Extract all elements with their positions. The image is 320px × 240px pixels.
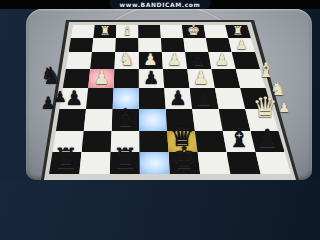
white-p-e3[interactable]: ♟ [135, 52, 167, 68]
white-r-a1[interactable]: ♜ [222, 25, 254, 37]
black-b-b7[interactable]: ♝ [223, 125, 255, 151]
black-n-c3[interactable]: ♞ [182, 51, 214, 68]
square-c8[interactable] [198, 152, 231, 174]
square-h6[interactable] [56, 109, 86, 131]
captured-black-n: ♞ [37, 64, 65, 88]
white-p-a2[interactable]: ♟ [226, 38, 258, 51]
white-p-c4[interactable]: ♟ [185, 69, 217, 87]
square-g6[interactable] [84, 109, 113, 131]
square-b8[interactable] [227, 152, 261, 174]
white-b-f1[interactable]: ♝ [111, 25, 143, 37]
square-g2[interactable] [92, 38, 116, 52]
white-p-g4[interactable]: ♟ [86, 69, 118, 87]
black-k-d8[interactable]: ♚ [168, 143, 200, 173]
square-h3[interactable] [66, 52, 92, 69]
square-e7[interactable] [139, 131, 168, 152]
captured-black-p: ♟ [46, 90, 74, 105]
captured-white-p: ♟ [270, 101, 298, 114]
black-p-e4[interactable]: ♟ [135, 69, 167, 87]
square-h2[interactable] [69, 38, 94, 52]
bandicam-watermark: www.BANDICAM.com [110, 0, 211, 9]
square-e8[interactable] [140, 152, 170, 174]
black-r-h8[interactable]: ♜ [50, 145, 82, 173]
black-r-f8[interactable]: ♜ [109, 145, 141, 173]
white-k-c1[interactable]: ♚ [178, 23, 210, 37]
black-p-d5[interactable]: ♟ [162, 88, 194, 108]
square-e6[interactable] [139, 109, 167, 131]
chess-board-area: ♚♜♜♝♞♟♟♟♟♟♟♚♛♜♜♝♝♞♟♟♟♟♟♞♟♟♝♞♛♟ [0, 0, 320, 180]
square-g7[interactable] [82, 131, 112, 152]
black-p-a7[interactable]: ♟ [251, 126, 283, 151]
captured-white-b: ♝ [252, 60, 280, 80]
black-b-f6[interactable]: ♝ [110, 106, 142, 130]
square-g8[interactable] [79, 152, 110, 174]
